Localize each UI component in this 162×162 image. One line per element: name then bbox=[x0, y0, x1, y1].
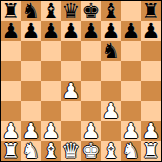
square-f5[interactable] bbox=[101, 61, 121, 81]
square-h2[interactable]: ♟ bbox=[141, 121, 161, 141]
square-h7[interactable]: ♟ bbox=[141, 21, 161, 41]
piece-black-pawn: ♟ bbox=[102, 21, 121, 41]
piece-black-pawn: ♟ bbox=[122, 21, 141, 41]
piece-black-pawn: ♟ bbox=[82, 21, 101, 41]
square-c1[interactable]: ♝ bbox=[41, 141, 61, 161]
piece-black-pawn: ♟ bbox=[62, 21, 81, 41]
square-f8[interactable]: ♝ bbox=[101, 1, 121, 21]
piece-black-pawn: ♟ bbox=[2, 21, 21, 41]
square-f6[interactable]: ♞ bbox=[101, 41, 121, 61]
square-c7[interactable]: ♟ bbox=[41, 21, 61, 41]
square-b2[interactable]: ♟ bbox=[21, 121, 41, 141]
square-g3[interactable] bbox=[121, 101, 141, 121]
square-d2[interactable] bbox=[61, 121, 81, 141]
square-e8[interactable]: ♚ bbox=[81, 1, 101, 21]
piece-white-king: ♚ bbox=[82, 141, 101, 161]
square-c6[interactable] bbox=[41, 41, 61, 61]
piece-white-bishop: ♝ bbox=[42, 141, 61, 161]
square-a2[interactable]: ♟ bbox=[1, 121, 21, 141]
square-b6[interactable] bbox=[21, 41, 41, 61]
piece-white-pawn: ♟ bbox=[122, 121, 141, 141]
square-c8[interactable]: ♝ bbox=[41, 1, 61, 21]
square-e3[interactable] bbox=[81, 101, 101, 121]
square-g5[interactable] bbox=[121, 61, 141, 81]
square-a7[interactable]: ♟ bbox=[1, 21, 21, 41]
piece-white-pawn: ♟ bbox=[82, 121, 101, 141]
square-g6[interactable] bbox=[121, 41, 141, 61]
square-a8[interactable]: ♜ bbox=[1, 1, 21, 21]
square-h5[interactable] bbox=[141, 61, 161, 81]
square-d4[interactable]: ♟ bbox=[61, 81, 81, 101]
piece-white-pawn: ♟ bbox=[42, 121, 61, 141]
piece-white-rook: ♜ bbox=[142, 141, 161, 161]
square-d3[interactable] bbox=[61, 101, 81, 121]
square-e4[interactable] bbox=[81, 81, 101, 101]
piece-black-pawn: ♟ bbox=[142, 21, 161, 41]
square-h8[interactable]: ♜ bbox=[141, 1, 161, 21]
piece-white-pawn: ♟ bbox=[62, 81, 81, 101]
square-h6[interactable] bbox=[141, 41, 161, 61]
square-e2[interactable]: ♟ bbox=[81, 121, 101, 141]
square-g1[interactable]: ♞ bbox=[121, 141, 141, 161]
piece-black-queen: ♛ bbox=[62, 1, 81, 21]
square-e1[interactable]: ♚ bbox=[81, 141, 101, 161]
square-g7[interactable]: ♟ bbox=[121, 21, 141, 41]
square-d1[interactable]: ♛ bbox=[61, 141, 81, 161]
square-g4[interactable] bbox=[121, 81, 141, 101]
square-d7[interactable]: ♟ bbox=[61, 21, 81, 41]
piece-black-rook: ♜ bbox=[2, 1, 21, 21]
square-g2[interactable]: ♟ bbox=[121, 121, 141, 141]
square-e7[interactable]: ♟ bbox=[81, 21, 101, 41]
piece-black-rook: ♜ bbox=[142, 1, 161, 21]
piece-white-pawn: ♟ bbox=[102, 101, 121, 121]
square-c2[interactable]: ♟ bbox=[41, 121, 61, 141]
square-f1[interactable]: ♝ bbox=[101, 141, 121, 161]
square-h3[interactable] bbox=[141, 101, 161, 121]
square-f3[interactable]: ♟ bbox=[101, 101, 121, 121]
square-h1[interactable]: ♜ bbox=[141, 141, 161, 161]
piece-black-bishop: ♝ bbox=[42, 1, 61, 21]
piece-black-pawn: ♟ bbox=[42, 21, 61, 41]
square-a5[interactable] bbox=[1, 61, 21, 81]
square-b3[interactable] bbox=[21, 101, 41, 121]
square-b5[interactable] bbox=[21, 61, 41, 81]
piece-white-pawn: ♟ bbox=[2, 121, 21, 141]
square-h4[interactable] bbox=[141, 81, 161, 101]
piece-black-pawn: ♟ bbox=[22, 21, 41, 41]
square-b1[interactable]: ♞ bbox=[21, 141, 41, 161]
piece-white-pawn: ♟ bbox=[142, 121, 161, 141]
square-a3[interactable] bbox=[1, 101, 21, 121]
square-d8[interactable]: ♛ bbox=[61, 1, 81, 21]
piece-black-bishop: ♝ bbox=[102, 1, 121, 21]
square-a1[interactable]: ♜ bbox=[1, 141, 21, 161]
square-a6[interactable] bbox=[1, 41, 21, 61]
piece-black-knight: ♞ bbox=[22, 1, 41, 21]
square-d5[interactable] bbox=[61, 61, 81, 81]
square-f4[interactable] bbox=[101, 81, 121, 101]
piece-white-queen: ♛ bbox=[62, 141, 81, 161]
square-f2[interactable] bbox=[101, 121, 121, 141]
square-e6[interactable] bbox=[81, 41, 101, 61]
square-b4[interactable] bbox=[21, 81, 41, 101]
piece-white-pawn: ♟ bbox=[22, 121, 41, 141]
piece-white-rook: ♜ bbox=[2, 141, 21, 161]
square-b8[interactable]: ♞ bbox=[21, 1, 41, 21]
square-c3[interactable] bbox=[41, 101, 61, 121]
square-g8[interactable] bbox=[121, 1, 141, 21]
square-f7[interactable]: ♟ bbox=[101, 21, 121, 41]
piece-white-bishop: ♝ bbox=[102, 141, 121, 161]
piece-black-knight: ♞ bbox=[102, 41, 121, 61]
square-c4[interactable] bbox=[41, 81, 61, 101]
square-b7[interactable]: ♟ bbox=[21, 21, 41, 41]
square-e5[interactable] bbox=[81, 61, 101, 81]
piece-white-knight: ♞ bbox=[22, 141, 41, 161]
piece-black-king: ♚ bbox=[82, 1, 101, 21]
chess-board: ♜♞♝♛♚♝♜♟♟♟♟♟♟♟♟♞♟♟♟♟♟♟♟♟♜♞♝♛♚♝♞♜ bbox=[0, 0, 162, 162]
square-d6[interactable] bbox=[61, 41, 81, 61]
piece-white-knight: ♞ bbox=[122, 141, 141, 161]
square-a4[interactable] bbox=[1, 81, 21, 101]
square-c5[interactable] bbox=[41, 61, 61, 81]
